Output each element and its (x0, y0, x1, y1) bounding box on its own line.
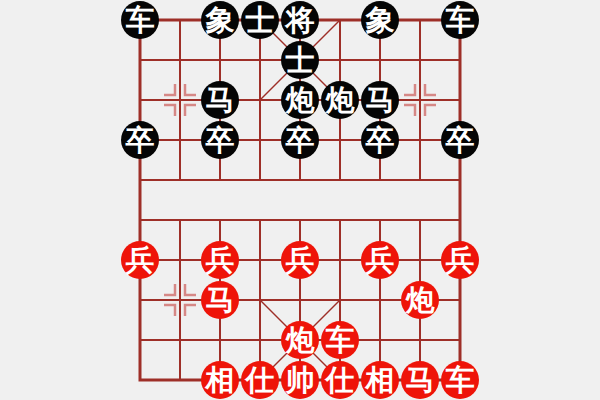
piece-red-soldier[interactable]: 兵 (121, 241, 159, 279)
piece-red-soldier[interactable]: 兵 (201, 241, 239, 279)
piece-red-general[interactable]: 帅 (281, 361, 319, 399)
piece-black-cannon[interactable]: 炮 (321, 81, 359, 119)
piece-red-chariot[interactable]: 车 (441, 361, 479, 399)
piece-black-chariot[interactable]: 车 (441, 1, 479, 39)
piece-black-soldier[interactable]: 卒 (361, 121, 399, 159)
piece-black-soldier[interactable]: 卒 (281, 121, 319, 159)
piece-red-elephant[interactable]: 相 (361, 361, 399, 399)
piece-red-chariot[interactable]: 车 (321, 321, 359, 359)
piece-black-advisor[interactable]: 士 (241, 1, 279, 39)
piece-black-horse[interactable]: 马 (361, 81, 399, 119)
piece-black-elephant[interactable]: 象 (361, 1, 399, 39)
piece-black-soldier[interactable]: 卒 (441, 121, 479, 159)
piece-red-horse[interactable]: 马 (401, 361, 439, 399)
piece-black-advisor[interactable]: 士 (281, 41, 319, 79)
piece-red-cannon[interactable]: 炮 (401, 281, 439, 319)
xiangqi-diagram: 车象士将象车士马炮炮马卒卒卒卒卒兵兵兵兵兵马炮炮车相仕帅仕相马车 (0, 0, 600, 400)
piece-red-advisor[interactable]: 仕 (241, 361, 279, 399)
piece-black-elephant[interactable]: 象 (201, 1, 239, 39)
piece-black-soldier[interactable]: 卒 (201, 121, 239, 159)
piece-black-horse[interactable]: 马 (201, 81, 239, 119)
piece-red-soldier[interactable]: 兵 (361, 241, 399, 279)
piece-black-general[interactable]: 将 (281, 1, 319, 39)
piece-red-soldier[interactable]: 兵 (441, 241, 479, 279)
piece-red-soldier[interactable]: 兵 (281, 241, 319, 279)
piece-black-soldier[interactable]: 卒 (121, 121, 159, 159)
piece-layer: 车象士将象车士马炮炮马卒卒卒卒卒兵兵兵兵兵马炮炮车相仕帅仕相马车 (0, 0, 600, 400)
piece-red-cannon[interactable]: 炮 (281, 321, 319, 359)
piece-red-horse[interactable]: 马 (201, 281, 239, 319)
piece-black-cannon[interactable]: 炮 (281, 81, 319, 119)
piece-red-elephant[interactable]: 相 (201, 361, 239, 399)
piece-red-advisor[interactable]: 仕 (321, 361, 359, 399)
piece-black-chariot[interactable]: 车 (121, 1, 159, 39)
